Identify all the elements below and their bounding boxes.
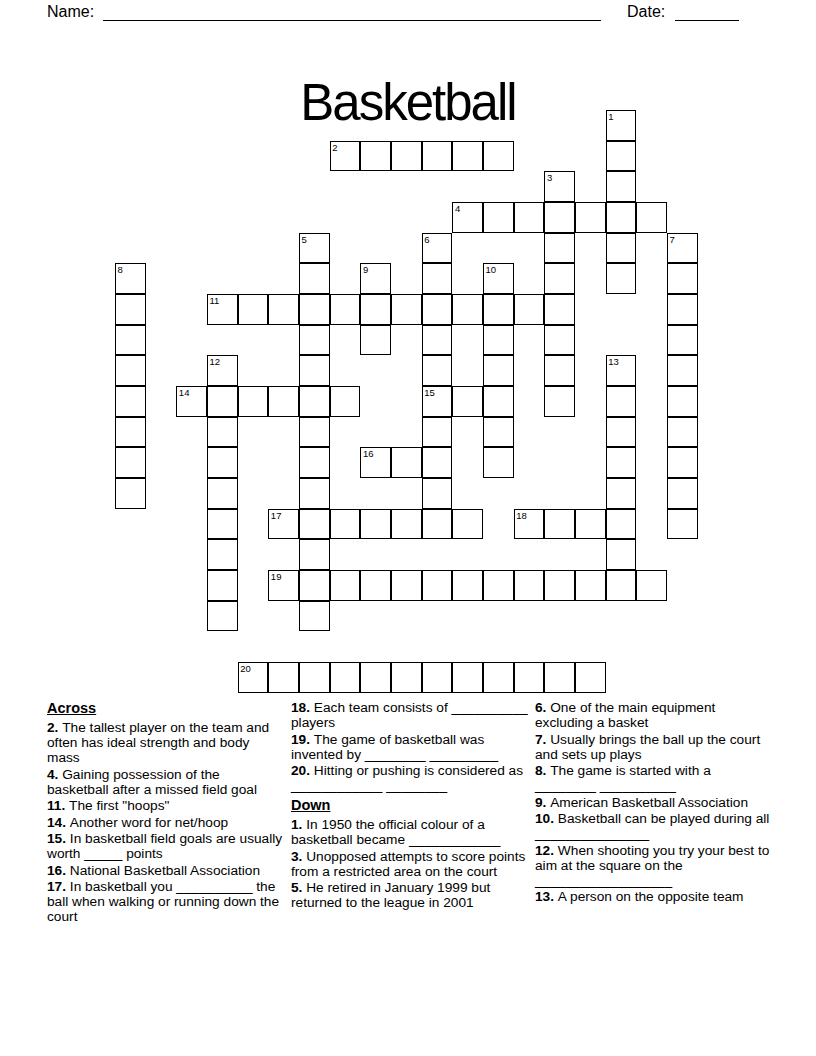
clue-across-4: 4. Gaining possession of the basketball …: [47, 767, 285, 797]
grid-cell-r18c9[interactable]: [391, 662, 422, 693]
clue-number-label: 8.: [535, 763, 550, 778]
grid-cell-r1c8[interactable]: [360, 141, 391, 172]
grid-cell-r3c13[interactable]: [514, 202, 545, 233]
grid-cell-r11c3[interactable]: [207, 447, 238, 478]
grid-cell-r11c12[interactable]: [483, 447, 514, 478]
grid-cell-r8c18[interactable]: [667, 355, 698, 386]
grid-cell-r14c6[interactable]: [299, 539, 330, 570]
clue-number-15: 15: [424, 387, 435, 398]
grid-cell-r1c9[interactable]: [391, 141, 422, 172]
clue-number-label: 15.: [47, 831, 70, 846]
grid-cell-r15c11[interactable]: [452, 570, 483, 601]
clues-section: Across2. The tallest player on the team …: [47, 700, 773, 926]
grid-cell-r12c3[interactable]: [207, 478, 238, 509]
grid-cell-r8c16[interactable]: 13: [606, 355, 637, 386]
grid-cell-r5c10[interactable]: [422, 263, 453, 294]
clue-number-9: 9: [363, 264, 368, 275]
grid-cell-r13c13[interactable]: 18: [514, 509, 545, 540]
clue-number-18: 18: [516, 510, 527, 521]
grid-cell-r2c16[interactable]: [606, 171, 637, 202]
clue-number-label: 2.: [47, 720, 62, 735]
grid-cell-r18c5[interactable]: [268, 662, 299, 693]
clue-number-19: 19: [271, 571, 282, 582]
grid-cell-r15c17[interactable]: [636, 570, 667, 601]
clue-number-8: 8: [118, 264, 123, 275]
grid-cell-r3c16[interactable]: [606, 202, 637, 233]
grid-cell-r9c11[interactable]: [452, 386, 483, 417]
clue-across-14: 14. Another word for net/hoop: [47, 815, 285, 830]
clue-down-6: 6. One of the main equipment excluding a…: [535, 700, 773, 730]
grid-cell-r4c10[interactable]: 6: [422, 233, 453, 264]
grid-cell-r1c16[interactable]: [606, 141, 637, 172]
grid-cell-r4c14[interactable]: [544, 233, 575, 264]
clue-number-label: 16.: [47, 863, 70, 878]
clue-across-16: 16. National Basketball Association: [47, 863, 285, 878]
grid-cell-r4c6[interactable]: 5: [299, 233, 330, 264]
clue-number-5: 5: [302, 234, 307, 245]
grid-cell-r18c12[interactable]: [483, 662, 514, 693]
grid-cell-r9c7[interactable]: [330, 386, 361, 417]
grid-cell-r10c3[interactable]: [207, 417, 238, 448]
grid-cell-r12c16[interactable]: [606, 478, 637, 509]
grid-cell-r12c18[interactable]: [667, 478, 698, 509]
clue-number-label: 4.: [47, 767, 62, 782]
grid-cell-r18c14[interactable]: [544, 662, 575, 693]
grid-cell-r15c16[interactable]: [606, 570, 637, 601]
grid-cell-r13c18[interactable]: [667, 509, 698, 540]
clue-number-3: 3: [547, 172, 552, 183]
clue-number-label: 10.: [535, 811, 558, 826]
grid-cell-r11c6[interactable]: [299, 447, 330, 478]
grid-cell-r5c8[interactable]: 9: [360, 263, 391, 294]
clue-number-label: 1.: [291, 817, 306, 832]
grid-cell-r14c16[interactable]: [606, 539, 637, 570]
grid-cell-r7c0[interactable]: [115, 325, 146, 356]
clue-number-label: 5.: [291, 880, 306, 895]
clue-down-12: 12. When shooting you try your best to a…: [535, 843, 773, 888]
clue-across-17: 17. In basketball you __________ the bal…: [47, 879, 285, 924]
grid-cell-r6c9[interactable]: [391, 294, 422, 325]
clue-across-15: 15. In basketball field goals are usuall…: [47, 831, 285, 861]
grid-cell-r7c10[interactable]: [422, 325, 453, 356]
clue-number-label: 11.: [47, 798, 69, 813]
grid-cell-r15c12[interactable]: [483, 570, 514, 601]
grid-cell-r5c12[interactable]: 10: [483, 263, 514, 294]
grid-cell-r7c12[interactable]: [483, 325, 514, 356]
clue-down-13: 13. A person on the opposite team: [535, 889, 773, 904]
clue-number-label: 9.: [535, 795, 550, 810]
clue-across-19: 19. The game of basketball was invented …: [291, 732, 529, 762]
grid-cell-r9c6[interactable]: [299, 386, 330, 417]
worksheet-page: { "game": "crossword", "header": { "name…: [0, 0, 816, 1056]
clue-number-label: 19.: [291, 732, 314, 747]
grid-cell-r3c15[interactable]: [575, 202, 606, 233]
grid-cell-r9c2[interactable]: 14: [176, 386, 207, 417]
grid-cell-r15c8[interactable]: [360, 570, 391, 601]
grid-cell-r13c15[interactable]: [575, 509, 606, 540]
grid-cell-r6c6[interactable]: [299, 294, 330, 325]
grid-cell-r15c9[interactable]: [391, 570, 422, 601]
grid-cell-r10c18[interactable]: [667, 417, 698, 448]
clue-number-6: 6: [424, 234, 429, 245]
grid-cell-r18c10[interactable]: [422, 662, 453, 693]
grid-cell-r11c18[interactable]: [667, 447, 698, 478]
clue-number-17: 17: [271, 510, 282, 521]
grid-cell-r18c15[interactable]: [575, 662, 606, 693]
grid-cell-r6c10[interactable]: [422, 294, 453, 325]
clue-number-label: 20.: [291, 763, 314, 778]
grid-cell-r13c5[interactable]: 17: [268, 509, 299, 540]
grid-cell-r11c10[interactable]: [422, 447, 453, 478]
clue-number-1: 1: [608, 111, 613, 122]
grid-cell-r13c10[interactable]: [422, 509, 453, 540]
grid-cell-r11c8[interactable]: 16: [360, 447, 391, 478]
grid-cell-r8c6[interactable]: [299, 355, 330, 386]
grid-cell-r10c16[interactable]: [606, 417, 637, 448]
clue-number-label: 14.: [47, 815, 70, 830]
grid-cell-r8c12[interactable]: [483, 355, 514, 386]
grid-cell-r3c14[interactable]: [544, 202, 575, 233]
grid-cell-r18c4[interactable]: 20: [238, 662, 269, 693]
grid-cell-r15c10[interactable]: [422, 570, 453, 601]
grid-cell-r5c6[interactable]: [299, 263, 330, 294]
grid-cell-r7c8[interactable]: [360, 325, 391, 356]
clue-number-20: 20: [240, 663, 251, 674]
grid-cell-r15c3[interactable]: [207, 570, 238, 601]
grid-cell-r1c11[interactable]: [452, 141, 483, 172]
grid-cell-r6c3[interactable]: 11: [207, 294, 238, 325]
clue-down-10: 10. Basketball can be played during all …: [535, 811, 773, 841]
across-header: Across: [47, 700, 285, 716]
grid-cell-r11c16[interactable]: [606, 447, 637, 478]
clue-number-4: 4: [455, 203, 460, 214]
grid-cell-r5c18[interactable]: [667, 263, 698, 294]
clue-down-7: 7. Usually brings the ball up the court …: [535, 732, 773, 762]
grid-cell-r11c9[interactable]: [391, 447, 422, 478]
grid-cell-r6c11[interactable]: [452, 294, 483, 325]
grid-cell-r9c12[interactable]: [483, 386, 514, 417]
grid-cell-r13c8[interactable]: [360, 509, 391, 540]
clue-number-label: 12.: [535, 843, 558, 858]
grid-cell-r16c3[interactable]: [207, 601, 238, 632]
grid-cell-r12c0[interactable]: [115, 478, 146, 509]
grid-cell-r9c4[interactable]: [238, 386, 269, 417]
clue-across-18: 18. Each team consists of __________ pla…: [291, 700, 529, 730]
grid-cell-r13c6[interactable]: [299, 509, 330, 540]
grid-cell-r3c12[interactable]: [483, 202, 514, 233]
clue-down-8: 8. The game is started with a ________ _…: [535, 763, 773, 793]
clue-number-label: 13.: [535, 889, 558, 904]
grid-cell-r9c0[interactable]: [115, 386, 146, 417]
clue-across-11: 11. The first "hoops": [47, 798, 285, 813]
grid-cell-r13c14[interactable]: [544, 509, 575, 540]
grid-cell-r10c0[interactable]: [115, 417, 146, 448]
grid-cell-r5c0[interactable]: 8: [115, 263, 146, 294]
grid-cell-r14c3[interactable]: [207, 539, 238, 570]
clue-down-1: 1. In 1950 the official colour of a bask…: [291, 817, 529, 847]
grid-cell-r15c15[interactable]: [575, 570, 606, 601]
grid-cell-r9c3[interactable]: [207, 386, 238, 417]
clue-number-10: 10: [486, 264, 497, 275]
clue-across-2: 2. The tallest player on the team and of…: [47, 720, 285, 765]
grid-cell-r8c10[interactable]: [422, 355, 453, 386]
grid-cell-r13c16[interactable]: [606, 509, 637, 540]
grid-cell-r9c18[interactable]: [667, 386, 698, 417]
grid-cell-r18c13[interactable]: [514, 662, 545, 693]
grid-cell-r7c6[interactable]: [299, 325, 330, 356]
grid-cell-r5c16[interactable]: [606, 263, 637, 294]
grid-cell-r11c0[interactable]: [115, 447, 146, 478]
clue-number-11: 11: [210, 295, 220, 306]
grid-cell-r10c10[interactable]: [422, 417, 453, 448]
grid-cell-r10c6[interactable]: [299, 417, 330, 448]
clue-number-13: 13: [608, 356, 619, 367]
grid-cell-r16c6[interactable]: [299, 601, 330, 632]
clue-down-3: 3. Unopposed attempts to score points fr…: [291, 849, 529, 879]
date-blank-line[interactable]: [675, 4, 739, 21]
grid-cell-r13c7[interactable]: [330, 509, 361, 540]
down-header: Down: [291, 797, 529, 813]
clue-number-label: 3.: [291, 849, 306, 864]
grid-cell-r6c18[interactable]: [667, 294, 698, 325]
grid-cell-r6c12[interactable]: [483, 294, 514, 325]
grid-cell-r6c0[interactable]: [115, 294, 146, 325]
grid-cell-r6c14[interactable]: [544, 294, 575, 325]
grid-cell-r8c3[interactable]: 12: [207, 355, 238, 386]
grid-cell-r9c16[interactable]: [606, 386, 637, 417]
grid-cell-r15c7[interactable]: [330, 570, 361, 601]
grid-cell-r15c5[interactable]: 19: [268, 570, 299, 601]
grid-cell-r9c14[interactable]: [544, 386, 575, 417]
grid-cell-r3c11[interactable]: 4: [452, 202, 483, 233]
grid-cell-r18c6[interactable]: [299, 662, 330, 693]
grid-cell-r8c0[interactable]: [115, 355, 146, 386]
name-label: Name:: [47, 3, 94, 21]
clue-number-12: 12: [210, 356, 221, 367]
clue-number-label: 7.: [535, 732, 550, 747]
clue-across-20: 20. Hitting or pushing is considered as …: [291, 763, 529, 793]
grid-cell-r1c7[interactable]: 2: [330, 141, 361, 172]
grid-cell-r9c5[interactable]: [268, 386, 299, 417]
grid-cell-r7c14[interactable]: [544, 325, 575, 356]
clue-column-2: 18. Each team consists of __________ pla…: [291, 700, 529, 926]
grid-cell-r1c12[interactable]: [483, 141, 514, 172]
grid-cell-r8c14[interactable]: [544, 355, 575, 386]
grid-cell-r6c7[interactable]: [330, 294, 361, 325]
grid-cell-r13c3[interactable]: [207, 509, 238, 540]
grid-cell-r4c18[interactable]: 7: [667, 233, 698, 264]
clue-number-7: 7: [670, 234, 675, 245]
grid-cell-r15c6[interactable]: [299, 570, 330, 601]
grid-cell-r3c17[interactable]: [636, 202, 667, 233]
grid-cell-r6c8[interactable]: [360, 294, 391, 325]
grid-cell-r2c14[interactable]: 3: [544, 171, 575, 202]
crossword-grid: 1234567891011121314151617181920: [115, 110, 698, 693]
grid-cell-r9c10[interactable]: 15: [422, 386, 453, 417]
grid-cell-r1c10[interactable]: [422, 141, 453, 172]
grid-cell-r6c13[interactable]: [514, 294, 545, 325]
clue-number-label: 17.: [47, 879, 70, 894]
grid-cell-r10c12[interactable]: [483, 417, 514, 448]
grid-cell-r15c13[interactable]: [514, 570, 545, 601]
grid-cell-r18c11[interactable]: [452, 662, 483, 693]
grid-cell-r12c6[interactable]: [299, 478, 330, 509]
date-label: Date:: [627, 3, 665, 21]
grid-cell-r15c14[interactable]: [544, 570, 575, 601]
clue-down-5: 5. He retired in January 1999 but return…: [291, 880, 529, 910]
grid-cell-r6c4[interactable]: [238, 294, 269, 325]
grid-cell-r7c18[interactable]: [667, 325, 698, 356]
name-blank-line[interactable]: [103, 4, 601, 21]
clue-number-label: 18.: [291, 700, 314, 715]
grid-cell-r12c10[interactable]: [422, 478, 453, 509]
grid-cell-r0c16[interactable]: 1: [606, 110, 637, 141]
grid-cell-r4c16[interactable]: [606, 233, 637, 264]
clue-number-14: 14: [179, 387, 190, 398]
grid-cell-r5c14[interactable]: [544, 263, 575, 294]
clue-number-2: 2: [332, 142, 337, 153]
clue-down-9: 9. American Basketball Association: [535, 795, 773, 810]
grid-cell-r18c8[interactable]: [360, 662, 391, 693]
clue-column-1: Across2. The tallest player on the team …: [47, 700, 285, 926]
clue-column-3: 6. One of the main equipment excluding a…: [535, 700, 773, 926]
grid-cell-r18c7[interactable]: [330, 662, 361, 693]
grid-cell-r13c9[interactable]: [391, 509, 422, 540]
clue-number-label: 6.: [535, 700, 550, 715]
grid-cell-r6c5[interactable]: [268, 294, 299, 325]
grid-cell-r13c11[interactable]: [452, 509, 483, 540]
clue-number-16: 16: [363, 448, 374, 459]
